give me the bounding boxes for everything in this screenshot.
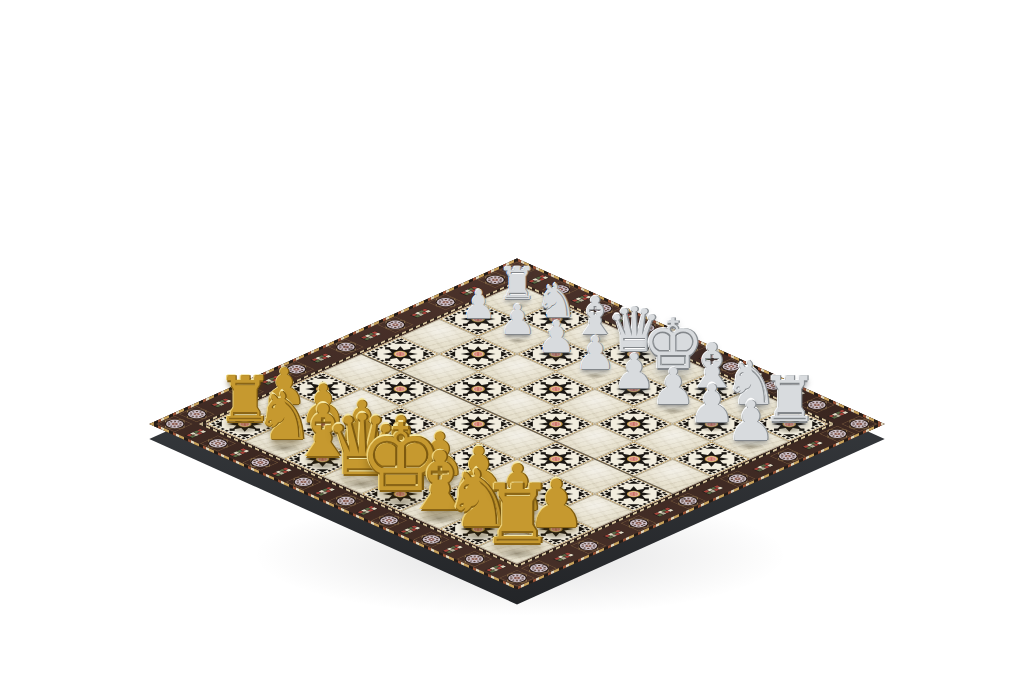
pieces-layer: ♜♞♝♛♚♝♞♜♟♟♟♟♟♟♟♟♟♟♟♟♟♟♟♟♜♞♝♛♚♝♞♜ — [0, 0, 1024, 678]
piece-silver-pawn-h7[interactable]: ♟ — [726, 393, 775, 448]
piece-silver-pawn-b7[interactable]: ♟ — [499, 300, 536, 341]
piece-glyph: ♜ — [481, 467, 555, 562]
piece-silver-pawn-e7[interactable]: ♟ — [613, 347, 656, 395]
piece-gold-rook-h1[interactable]: ♜ — [481, 474, 555, 556]
piece-glyph: ♟ — [575, 326, 616, 380]
piece-glyph: ♟ — [499, 296, 536, 344]
piece-glyph: ♟ — [461, 282, 496, 327]
piece-silver-pawn-d7[interactable]: ♟ — [575, 331, 616, 377]
piece-glyph: ♟ — [537, 312, 576, 362]
piece-silver-pawn-c7[interactable]: ♟ — [537, 316, 576, 360]
product-photo-scene: ♜♞♝♛♚♝♞♜♟♟♟♟♟♟♟♟♟♟♟♟♟♟♟♟♜♞♝♛♚♝♞♜ — [0, 0, 1024, 678]
piece-silver-pawn-a7[interactable]: ♟ — [461, 285, 496, 324]
piece-glyph: ♟ — [726, 388, 775, 452]
piece-glyph: ♟ — [613, 343, 656, 399]
